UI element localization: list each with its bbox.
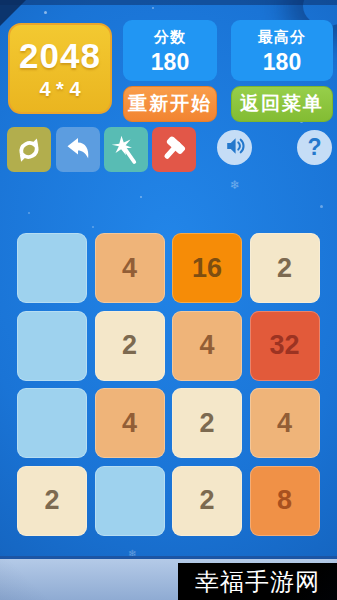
- tile-2: 2: [95, 311, 165, 381]
- logo-title: 2048: [19, 38, 101, 73]
- tile-16: 16: [172, 233, 242, 303]
- tile-2: 2: [172, 388, 242, 458]
- sound-button[interactable]: [217, 130, 252, 165]
- snow-dot: [152, 7, 154, 9]
- tile-2: 2: [250, 233, 320, 303]
- score-value: 180: [151, 51, 189, 74]
- logo-2048-tile: 2048 4 * 4: [8, 23, 112, 114]
- tile-32: 32: [250, 311, 320, 381]
- tile-4: 4: [250, 388, 320, 458]
- snow-dot: [92, 226, 94, 228]
- refresh-icon: [14, 135, 44, 165]
- tile-4: 4: [95, 388, 165, 458]
- best-score-label: 最高分: [258, 28, 306, 47]
- empty-cell: [17, 233, 87, 303]
- snow-dot: [140, 196, 142, 198]
- sound-icon: [223, 134, 247, 162]
- tile-2: 2: [172, 466, 242, 536]
- tile-4: 4: [95, 233, 165, 303]
- return-menu-button[interactable]: 返回菜单: [231, 86, 333, 122]
- watermark: 幸福手游网: [178, 563, 337, 600]
- tile-8: 8: [250, 466, 320, 536]
- hammer-button[interactable]: [152, 127, 196, 172]
- undo-button[interactable]: [56, 127, 100, 172]
- question-mark-icon: ?: [307, 134, 321, 161]
- game-screen: ❄ ❄ 2048 4 * 4 分数 180 最高分 180 重新开始 返回菜单: [0, 0, 337, 600]
- top-shade: [0, 0, 337, 5]
- logo-subtitle: 4 * 4: [39, 79, 80, 99]
- empty-cell: [95, 466, 165, 536]
- watermark-text: 幸福手游网: [195, 566, 320, 598]
- score-label: 分数: [154, 28, 186, 47]
- help-button[interactable]: ?: [297, 130, 332, 165]
- tile-4: 4: [172, 311, 242, 381]
- board-4x4[interactable]: 41622432424228: [17, 233, 320, 536]
- magic-wand-icon: [111, 135, 141, 165]
- empty-cell: [17, 388, 87, 458]
- hammer-icon: [159, 135, 189, 165]
- snow-dot: [44, 11, 47, 14]
- undo-icon: [63, 135, 93, 165]
- snow-dot: [28, 212, 30, 214]
- best-score-box: 最高分 180: [231, 20, 333, 81]
- refresh-button[interactable]: [7, 127, 51, 172]
- score-box: 分数 180: [123, 20, 217, 81]
- snow-dot: [320, 205, 323, 208]
- magic-wand-button[interactable]: [104, 127, 148, 172]
- tile-2: 2: [17, 466, 87, 536]
- empty-cell: [17, 311, 87, 381]
- restart-button[interactable]: 重新开始: [123, 86, 217, 122]
- best-score-value: 180: [263, 51, 301, 74]
- snowflake-icon: ❄: [230, 178, 240, 192]
